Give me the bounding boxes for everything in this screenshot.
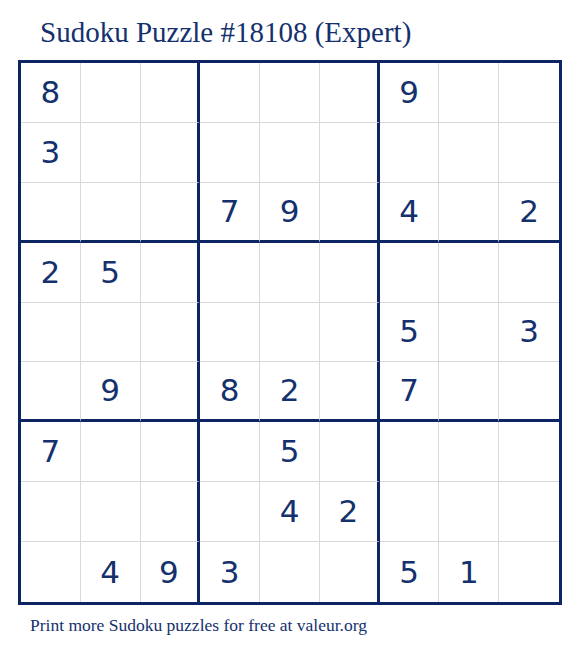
sudoku-cell-r6c8[interactable] [439, 362, 499, 422]
sudoku-cell-r1c8[interactable] [439, 63, 499, 123]
sudoku-cell-r5c2[interactable] [81, 303, 141, 363]
sudoku-cell-r4c6[interactable] [320, 243, 380, 303]
sudoku-cell-r9c4[interactable]: 3 [200, 542, 260, 602]
sudoku-cell-r4c4[interactable] [200, 243, 260, 303]
sudoku-cell-r7c4[interactable] [200, 422, 260, 482]
sudoku-cell-r6c5[interactable]: 2 [260, 362, 320, 422]
sudoku-cell-r3c7[interactable]: 4 [380, 183, 440, 243]
sudoku-cell-r9c2[interactable]: 4 [81, 542, 141, 602]
sudoku-cell-r3c5[interactable]: 9 [260, 183, 320, 243]
sudoku-cell-r2c4[interactable] [200, 123, 260, 183]
sudoku-cell-r7c3[interactable] [141, 422, 201, 482]
sudoku-cell-r6c7[interactable]: 7 [380, 362, 440, 422]
sudoku-cell-r2c1[interactable]: 3 [21, 123, 81, 183]
sudoku-cell-r9c5[interactable] [260, 542, 320, 602]
sudoku-cell-r9c6[interactable] [320, 542, 380, 602]
sudoku-cell-r1c2[interactable] [81, 63, 141, 123]
sudoku-cell-r2c9[interactable] [499, 123, 559, 183]
sudoku-cell-r6c2[interactable]: 9 [81, 362, 141, 422]
sudoku-cell-r7c1[interactable]: 7 [21, 422, 81, 482]
sudoku-cell-r3c2[interactable] [81, 183, 141, 243]
sudoku-cell-r1c1[interactable]: 8 [21, 63, 81, 123]
sudoku-cell-r6c6[interactable] [320, 362, 380, 422]
sudoku-cell-r1c7[interactable]: 9 [380, 63, 440, 123]
sudoku-cell-r6c4[interactable]: 8 [200, 362, 260, 422]
sudoku-cell-r4c8[interactable] [439, 243, 499, 303]
sudoku-cell-r5c7[interactable]: 5 [380, 303, 440, 363]
sudoku-cell-r1c6[interactable] [320, 63, 380, 123]
sudoku-cell-r4c2[interactable]: 5 [81, 243, 141, 303]
sudoku-cell-r7c5[interactable]: 5 [260, 422, 320, 482]
sudoku-cell-r4c9[interactable] [499, 243, 559, 303]
sudoku-cell-r8c5[interactable]: 4 [260, 482, 320, 542]
sudoku-cell-r7c7[interactable] [380, 422, 440, 482]
sudoku-cell-r2c6[interactable] [320, 123, 380, 183]
sudoku-cell-r3c4[interactable]: 7 [200, 183, 260, 243]
sudoku-cell-r5c3[interactable] [141, 303, 201, 363]
sudoku-cell-r8c8[interactable] [439, 482, 499, 542]
sudoku-cell-r4c3[interactable] [141, 243, 201, 303]
sudoku-cell-r2c2[interactable] [81, 123, 141, 183]
sudoku-cell-r3c6[interactable] [320, 183, 380, 243]
sudoku-cell-r8c7[interactable] [380, 482, 440, 542]
sudoku-cell-r1c5[interactable] [260, 63, 320, 123]
sudoku-board: 893794225539827754249351 [18, 60, 562, 605]
sudoku-cell-r8c6[interactable]: 2 [320, 482, 380, 542]
sudoku-cell-r2c5[interactable] [260, 123, 320, 183]
footer-text: Print more Sudoku puzzles for free at va… [30, 613, 367, 637]
sudoku-cell-r1c4[interactable] [200, 63, 260, 123]
sudoku-cell-r2c8[interactable] [439, 123, 499, 183]
sudoku-cell-r9c3[interactable]: 9 [141, 542, 201, 602]
sudoku-cell-r2c3[interactable] [141, 123, 201, 183]
sudoku-cell-r5c4[interactable] [200, 303, 260, 363]
sudoku-cell-r5c5[interactable] [260, 303, 320, 363]
sudoku-cell-r9c8[interactable]: 1 [439, 542, 499, 602]
page-title: Sudoku Puzzle #18108 (Expert) [40, 16, 411, 48]
sudoku-cell-r8c3[interactable] [141, 482, 201, 542]
sudoku-cell-r8c4[interactable] [200, 482, 260, 542]
sudoku-cell-r6c9[interactable] [499, 362, 559, 422]
sudoku-cell-r8c1[interactable] [21, 482, 81, 542]
sudoku-cell-r6c1[interactable] [21, 362, 81, 422]
sudoku-cell-r5c8[interactable] [439, 303, 499, 363]
sudoku-cell-r6c3[interactable] [141, 362, 201, 422]
sudoku-cell-r7c2[interactable] [81, 422, 141, 482]
sudoku-cell-r7c6[interactable] [320, 422, 380, 482]
sudoku-cell-r3c8[interactable] [439, 183, 499, 243]
sudoku-cell-r8c2[interactable] [81, 482, 141, 542]
sudoku-cell-r1c3[interactable] [141, 63, 201, 123]
sudoku-cell-r4c5[interactable] [260, 243, 320, 303]
sudoku-cell-r9c9[interactable] [499, 542, 559, 602]
sudoku-cell-r3c9[interactable]: 2 [499, 183, 559, 243]
sudoku-cell-r9c7[interactable]: 5 [380, 542, 440, 602]
sudoku-cell-r4c1[interactable]: 2 [21, 243, 81, 303]
sudoku-cell-r5c1[interactable] [21, 303, 81, 363]
sudoku-cell-r5c9[interactable]: 3 [499, 303, 559, 363]
sudoku-cell-r2c7[interactable] [380, 123, 440, 183]
sudoku-cell-r7c9[interactable] [499, 422, 559, 482]
sudoku-cell-r7c8[interactable] [439, 422, 499, 482]
sudoku-cell-r4c7[interactable] [380, 243, 440, 303]
sudoku-cell-r9c1[interactable] [21, 542, 81, 602]
sudoku-cell-r8c9[interactable] [499, 482, 559, 542]
sudoku-cell-r5c6[interactable] [320, 303, 380, 363]
sudoku-cell-r3c1[interactable] [21, 183, 81, 243]
sudoku-cell-r1c9[interactable] [499, 63, 559, 123]
sudoku-cell-r3c3[interactable] [141, 183, 201, 243]
